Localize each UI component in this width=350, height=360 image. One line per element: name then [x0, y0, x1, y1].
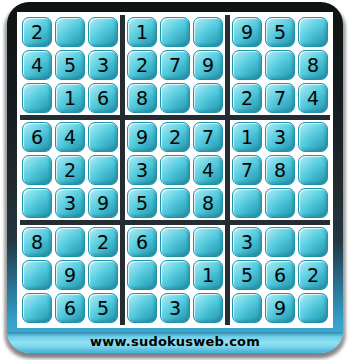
- sudoku-cell-r9c5[interactable]: 3: [160, 293, 190, 323]
- cell-digit: 8: [307, 56, 319, 75]
- cell-digit: 9: [241, 23, 253, 42]
- sudoku-cell-r7c5[interactable]: [160, 227, 190, 257]
- sudoku-cell-r9c6[interactable]: [193, 293, 223, 323]
- cell-digit: 4: [31, 56, 43, 75]
- cell-digit: 5: [274, 23, 286, 42]
- sudoku-cell-r2c1[interactable]: 4: [22, 50, 52, 80]
- sudoku-cell-r2c7[interactable]: [232, 50, 262, 80]
- sudoku-cell-r4c5[interactable]: 2: [160, 122, 190, 152]
- cell-digit: 4: [64, 128, 76, 147]
- sudoku-cell-r1c8[interactable]: 5: [265, 17, 295, 47]
- sudoku-cell-r6c5[interactable]: [160, 188, 190, 218]
- sudoku-cell-r9c7[interactable]: [232, 293, 262, 323]
- sudoku-cell-r8c9[interactable]: 2: [298, 260, 328, 290]
- sudoku-cell-r1c1[interactable]: 2: [22, 17, 52, 47]
- sudoku-cell-r6c1[interactable]: [22, 188, 52, 218]
- sudoku-cell-r8c2[interactable]: 9: [55, 260, 85, 290]
- cell-digit: 2: [307, 266, 319, 285]
- sudoku-cell-r9c2[interactable]: 6: [55, 293, 85, 323]
- sudoku-cell-r5c8[interactable]: 8: [265, 155, 295, 185]
- sudoku-cell-r3c8[interactable]: 7: [265, 83, 295, 113]
- sudoku-screenshot: 2453161279895827464239927345813788296561…: [0, 0, 350, 360]
- sudoku-cell-r2c4[interactable]: 2: [127, 50, 157, 80]
- sudoku-cell-r1c6[interactable]: [193, 17, 223, 47]
- site-url: www.sudokusweb.com: [90, 334, 260, 349]
- sudoku-cell-r5c1[interactable]: [22, 155, 52, 185]
- sudoku-cell-r7c4[interactable]: 6: [127, 227, 157, 257]
- sudoku-cell-r6c4[interactable]: 5: [127, 188, 157, 218]
- cell-digit: 2: [64, 161, 76, 180]
- cell-digit: 1: [136, 23, 148, 42]
- sudoku-cell-r9c8[interactable]: 9: [265, 293, 295, 323]
- cell-digit: 8: [274, 161, 286, 180]
- sudoku-cell-r6c6[interactable]: 8: [193, 188, 223, 218]
- cell-digit: 2: [31, 23, 43, 42]
- sudoku-cell-r4c7[interactable]: 1: [232, 122, 262, 152]
- sudoku-cell-r8c3[interactable]: [88, 260, 118, 290]
- sudoku-cell-r8c7[interactable]: 5: [232, 260, 262, 290]
- cell-digit: 8: [202, 194, 214, 213]
- sudoku-cell-r9c1[interactable]: [22, 293, 52, 323]
- sudoku-cell-r7c8[interactable]: [265, 227, 295, 257]
- cell-digit: 5: [241, 266, 253, 285]
- sudoku-box-6: 1378: [230, 120, 330, 220]
- cell-digit: 3: [274, 128, 286, 147]
- cell-digit: 9: [136, 128, 148, 147]
- cell-digit: 7: [274, 89, 286, 108]
- sudoku-cell-r1c5[interactable]: [160, 17, 190, 47]
- sudoku-cell-r7c6[interactable]: [193, 227, 223, 257]
- sudoku-cell-r5c6[interactable]: 4: [193, 155, 223, 185]
- sudoku-cell-r3c5[interactable]: [160, 83, 190, 113]
- cell-digit: 3: [241, 233, 253, 252]
- cell-digit: 2: [241, 89, 253, 108]
- cell-digit: 1: [64, 89, 76, 108]
- cell-digit: 3: [97, 56, 109, 75]
- cell-digit: 2: [136, 56, 148, 75]
- sudoku-cell-r3c4[interactable]: 8: [127, 83, 157, 113]
- sudoku-cell-r7c2[interactable]: [55, 227, 85, 257]
- cell-digit: 9: [274, 299, 286, 318]
- cell-digit: 3: [169, 299, 181, 318]
- cell-digit: 6: [274, 266, 286, 285]
- sudoku-cell-r6c3[interactable]: 9: [88, 188, 118, 218]
- cell-digit: 8: [136, 89, 148, 108]
- sudoku-box-9: 35629: [230, 225, 330, 325]
- sudoku-board: 2453161279895827464239927345813788296561…: [17, 12, 333, 328]
- cell-digit: 9: [97, 194, 109, 213]
- sudoku-cell-r1c9[interactable]: [298, 17, 328, 47]
- cell-digit: 9: [202, 56, 214, 75]
- cell-digit: 5: [136, 194, 148, 213]
- sudoku-box-3: 958274: [230, 15, 330, 115]
- cell-digit: 7: [169, 56, 181, 75]
- sudoku-cell-r9c3[interactable]: 5: [88, 293, 118, 323]
- cell-digit: 6: [97, 89, 109, 108]
- sudoku-cell-r5c9[interactable]: [298, 155, 328, 185]
- sudoku-cell-r9c9[interactable]: [298, 293, 328, 323]
- cell-digit: 6: [64, 299, 76, 318]
- sudoku-cell-r3c2[interactable]: 1: [55, 83, 85, 113]
- sudoku-cell-r9c4[interactable]: [127, 293, 157, 323]
- sudoku-cell-r6c8[interactable]: [265, 188, 295, 218]
- cell-digit: 1: [202, 266, 214, 285]
- sudoku-box-2: 12798: [125, 15, 225, 115]
- cell-digit: 8: [31, 233, 43, 252]
- sudoku-cell-r8c6[interactable]: 1: [193, 260, 223, 290]
- sudoku-cell-r1c7[interactable]: 9: [232, 17, 262, 47]
- sudoku-cell-r4c3[interactable]: [88, 122, 118, 152]
- cell-digit: 2: [97, 233, 109, 252]
- sudoku-cell-r2c3[interactable]: 3: [88, 50, 118, 80]
- sudoku-cell-r5c4[interactable]: 3: [127, 155, 157, 185]
- cell-digit: 5: [64, 56, 76, 75]
- sudoku-cell-r6c9[interactable]: [298, 188, 328, 218]
- sudoku-cell-r3c3[interactable]: 6: [88, 83, 118, 113]
- sudoku-cell-r5c3[interactable]: [88, 155, 118, 185]
- sudoku-cell-r2c5[interactable]: 7: [160, 50, 190, 80]
- cell-digit: 3: [64, 194, 76, 213]
- sudoku-box-1: 245316: [20, 15, 120, 115]
- box-grid: 2453161279895827464239927345813788296561…: [20, 15, 330, 325]
- sudoku-cell-r3c7[interactable]: 2: [232, 83, 262, 113]
- sudoku-cell-r7c1[interactable]: 8: [22, 227, 52, 257]
- sudoku-cell-r8c8[interactable]: 6: [265, 260, 295, 290]
- sudoku-cell-r1c2[interactable]: [55, 17, 85, 47]
- sudoku-cell-r5c5[interactable]: [160, 155, 190, 185]
- sudoku-cell-r7c9[interactable]: [298, 227, 328, 257]
- sudoku-cell-r8c1[interactable]: [22, 260, 52, 290]
- sudoku-cell-r3c9[interactable]: 4: [298, 83, 328, 113]
- sudoku-cell-r4c6[interactable]: 7: [193, 122, 223, 152]
- sudoku-cell-r3c6[interactable]: [193, 83, 223, 113]
- sudoku-cell-r7c3[interactable]: 2: [88, 227, 118, 257]
- sudoku-cell-r2c8[interactable]: [265, 50, 295, 80]
- cell-digit: 1: [241, 128, 253, 147]
- board-frame: 2453161279895827464239927345813788296561…: [7, 2, 343, 353]
- sudoku-cell-r2c6[interactable]: 9: [193, 50, 223, 80]
- sudoku-cell-r3c1[interactable]: [22, 83, 52, 113]
- sudoku-box-8: 613: [125, 225, 225, 325]
- sudoku-cell-r6c7[interactable]: [232, 188, 262, 218]
- cell-digit: 4: [307, 89, 319, 108]
- sudoku-cell-r4c2[interactable]: 4: [55, 122, 85, 152]
- sudoku-box-4: 64239: [20, 120, 120, 220]
- sudoku-cell-r5c2[interactable]: 2: [55, 155, 85, 185]
- sudoku-box-5: 9273458: [125, 120, 225, 220]
- cell-digit: 7: [202, 128, 214, 147]
- sudoku-cell-r8c4[interactable]: [127, 260, 157, 290]
- sudoku-cell-r4c8[interactable]: 3: [265, 122, 295, 152]
- sudoku-box-7: 82965: [20, 225, 120, 325]
- cell-digit: 7: [241, 161, 253, 180]
- cell-digit: 4: [202, 161, 214, 180]
- cell-digit: 3: [136, 161, 148, 180]
- sudoku-cell-r1c4[interactable]: 1: [127, 17, 157, 47]
- cell-digit: 6: [136, 233, 148, 252]
- cell-digit: 6: [31, 128, 43, 147]
- sudoku-cell-r2c9[interactable]: 8: [298, 50, 328, 80]
- cell-digit: 5: [97, 299, 109, 318]
- sudoku-cell-r4c4[interactable]: 9: [127, 122, 157, 152]
- site-banner: www.sudokusweb.com: [7, 332, 343, 351]
- sudoku-cell-r4c1[interactable]: 6: [22, 122, 52, 152]
- cell-digit: 2: [169, 128, 181, 147]
- sudoku-cell-r2c2[interactable]: 5: [55, 50, 85, 80]
- sudoku-cell-r4c9[interactable]: [298, 122, 328, 152]
- sudoku-cell-r1c3[interactable]: [88, 17, 118, 47]
- cell-digit: 9: [64, 266, 76, 285]
- sudoku-cell-r7c7[interactable]: 3: [232, 227, 262, 257]
- sudoku-cell-r6c2[interactable]: 3: [55, 188, 85, 218]
- sudoku-cell-r8c5[interactable]: [160, 260, 190, 290]
- sudoku-cell-r5c7[interactable]: 7: [232, 155, 262, 185]
